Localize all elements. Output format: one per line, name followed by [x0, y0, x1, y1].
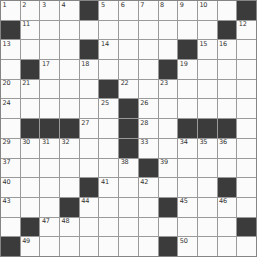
- cell-r9c1[interactable]: 37: [1, 159, 20, 178]
- cell-r8c11[interactable]: 35: [198, 139, 217, 158]
- clue-number: 36: [219, 139, 227, 146]
- cell-r5c10[interactable]: [178, 80, 197, 99]
- clue-number: 45: [180, 198, 188, 205]
- clue-number: 14: [101, 41, 109, 48]
- cell-r4c7[interactable]: [119, 60, 138, 79]
- cell-r12c4[interactable]: 48: [60, 218, 79, 237]
- block-r5c6: [99, 80, 118, 99]
- cell-r3c7[interactable]: [119, 40, 138, 59]
- cell-r8c9[interactable]: [159, 139, 178, 158]
- cell-r7c13[interactable]: [237, 119, 256, 138]
- clue-number: 22: [121, 80, 129, 87]
- clue-number: 29: [3, 139, 11, 146]
- block-r13c1: [1, 237, 20, 256]
- cell-r4c8[interactable]: [139, 60, 158, 79]
- cell-r11c7[interactable]: [119, 198, 138, 217]
- clue-number: 50: [180, 238, 188, 245]
- cell-r2c6[interactable]: [99, 21, 118, 40]
- cell-r1c3[interactable]: 3: [40, 1, 59, 20]
- clue-number: 12: [239, 21, 247, 28]
- cell-r10c3[interactable]: [40, 178, 59, 197]
- cell-r12c8[interactable]: [139, 218, 158, 237]
- block-r3c5: [80, 40, 99, 59]
- cell-r8c4[interactable]: 32: [60, 139, 79, 158]
- cell-r9c2[interactable]: [21, 159, 40, 178]
- cell-r11c5[interactable]: 44: [80, 198, 99, 217]
- cell-r2c11[interactable]: [198, 21, 217, 40]
- block-r11c4: [60, 198, 79, 217]
- cell-r2c9[interactable]: [159, 21, 178, 40]
- clue-number: 19: [180, 61, 188, 68]
- cell-r3c3[interactable]: [40, 40, 59, 59]
- clue-number: 3: [42, 2, 46, 9]
- clue-number: 47: [42, 218, 50, 225]
- cell-r11c12[interactable]: 46: [218, 198, 237, 217]
- cell-r2c4[interactable]: [60, 21, 79, 40]
- cell-r4c10[interactable]: 19: [178, 60, 197, 79]
- block-r2c12: [218, 21, 237, 40]
- block-r1c13: [237, 1, 256, 20]
- cell-r12c7[interactable]: [119, 218, 138, 237]
- block-r12c13: [237, 218, 256, 237]
- cell-r12c3[interactable]: 47: [40, 218, 59, 237]
- cell-r11c1[interactable]: 43: [1, 198, 20, 217]
- cell-r1c9[interactable]: 8: [159, 1, 178, 20]
- cell-r4c1[interactable]: [1, 60, 20, 79]
- block-r8c7: [119, 139, 138, 158]
- cell-r9c11[interactable]: [198, 159, 217, 178]
- block-r11c9: [159, 198, 178, 217]
- crossword-board: 1234567891011121314151617181920212223242…: [0, 0, 257, 257]
- clue-number: 13: [3, 41, 11, 48]
- cell-r1c6[interactable]: 5: [99, 1, 118, 20]
- clue-number: 43: [3, 198, 11, 205]
- cell-r13c4[interactable]: [60, 237, 79, 256]
- cell-r12c11[interactable]: [198, 218, 217, 237]
- cell-r6c4[interactable]: [60, 99, 79, 118]
- clue-number: 9: [180, 2, 184, 9]
- cell-r11c3[interactable]: [40, 198, 59, 217]
- clue-number: 34: [180, 139, 188, 146]
- cell-r12c6[interactable]: [99, 218, 118, 237]
- cell-r8c5[interactable]: [80, 139, 99, 158]
- cell-r1c11[interactable]: 10: [198, 1, 217, 20]
- block-r13c9: [159, 237, 178, 256]
- cell-r1c10[interactable]: 9: [178, 1, 197, 20]
- cell-r12c10[interactable]: [178, 218, 197, 237]
- clue-number: 35: [199, 139, 207, 146]
- cell-r4c6[interactable]: [99, 60, 118, 79]
- clue-number: 10: [199, 2, 207, 9]
- cell-r3c12[interactable]: 16: [218, 40, 237, 59]
- clue-number: 33: [140, 139, 148, 146]
- cell-r13c12[interactable]: [218, 237, 237, 256]
- cell-r6c8[interactable]: 26: [139, 99, 158, 118]
- cell-r8c1[interactable]: 29: [1, 139, 20, 158]
- cell-r5c11[interactable]: [198, 80, 217, 99]
- block-r7c7: [119, 119, 138, 138]
- clue-number: 18: [81, 61, 89, 68]
- clue-number: 16: [219, 41, 227, 48]
- cell-r11c10[interactable]: 45: [178, 198, 197, 217]
- cell-r8c12[interactable]: 36: [218, 139, 237, 158]
- block-r7c4: [60, 119, 79, 138]
- clue-number: 6: [121, 2, 125, 9]
- clue-number: 38: [121, 159, 129, 166]
- cell-r1c1[interactable]: 1: [1, 1, 20, 20]
- clue-number: 39: [160, 159, 168, 166]
- block-r7c3: [40, 119, 59, 138]
- cell-r6c10[interactable]: [178, 99, 197, 118]
- block-r3c10: [178, 40, 197, 59]
- cell-r6c1[interactable]: 24: [1, 99, 20, 118]
- clue-number: 42: [140, 179, 148, 186]
- cell-r13c3[interactable]: [40, 237, 59, 256]
- cell-r9c12[interactable]: [218, 159, 237, 178]
- cell-r7c5[interactable]: 27: [80, 119, 99, 138]
- cell-r5c3[interactable]: [40, 80, 59, 99]
- clue-number: 27: [81, 120, 89, 127]
- cell-r5c12[interactable]: [218, 80, 237, 99]
- cell-r12c12[interactable]: [218, 218, 237, 237]
- clue-number: 49: [22, 238, 30, 245]
- cell-r5c4[interactable]: [60, 80, 79, 99]
- cell-r11c2[interactable]: [21, 198, 40, 217]
- cell-r10c7[interactable]: [119, 178, 138, 197]
- block-r6c7: [119, 99, 138, 118]
- cell-r11c11[interactable]: [198, 198, 217, 217]
- cell-r1c7[interactable]: 6: [119, 1, 138, 20]
- clue-number: 24: [3, 100, 11, 107]
- block-r9c8: [139, 159, 158, 178]
- cell-r2c2[interactable]: 11: [21, 21, 40, 40]
- clue-number: 4: [62, 2, 66, 9]
- cell-r11c13[interactable]: [237, 198, 256, 217]
- cell-r6c9[interactable]: [159, 99, 178, 118]
- cell-r3c11[interactable]: 15: [198, 40, 217, 59]
- cell-r10c2[interactable]: [21, 178, 40, 197]
- cell-r12c1[interactable]: [1, 218, 20, 237]
- clue-number: 31: [42, 139, 50, 146]
- cell-r13c13[interactable]: [237, 237, 256, 256]
- clue-number: 26: [140, 100, 148, 107]
- cell-r4c4[interactable]: [60, 60, 79, 79]
- cell-r4c13[interactable]: [237, 60, 256, 79]
- cell-r3c9[interactable]: [159, 40, 178, 59]
- clue-number: 21: [22, 80, 30, 87]
- cell-r10c4[interactable]: [60, 178, 79, 197]
- cell-r10c9[interactable]: [159, 178, 178, 197]
- block-r2c1: [1, 21, 20, 40]
- clue-number: 17: [42, 61, 50, 68]
- cell-r9c4[interactable]: [60, 159, 79, 178]
- cell-r9c7[interactable]: 38: [119, 159, 138, 178]
- clue-number: 11: [22, 21, 30, 28]
- block-r7c2: [21, 119, 40, 138]
- cell-r8c3[interactable]: 31: [40, 139, 59, 158]
- cell-r5c1[interactable]: 20: [1, 80, 20, 99]
- cell-r3c8[interactable]: [139, 40, 158, 59]
- clue-number: 8: [160, 2, 164, 9]
- cell-r8c2[interactable]: 30: [21, 139, 40, 158]
- clue-number: 32: [62, 139, 70, 146]
- cell-r13c11[interactable]: [198, 237, 217, 256]
- cell-r8c8[interactable]: 33: [139, 139, 158, 158]
- cell-r2c8[interactable]: [139, 21, 158, 40]
- cell-r5c13[interactable]: [237, 80, 256, 99]
- cell-r6c12[interactable]: [218, 99, 237, 118]
- cell-r13c7[interactable]: [119, 237, 138, 256]
- clue-number: 20: [3, 80, 11, 87]
- cell-r6c3[interactable]: [40, 99, 59, 118]
- clue-number: 1: [3, 2, 7, 9]
- cell-r4c5[interactable]: 18: [80, 60, 99, 79]
- cell-r5c5[interactable]: [80, 80, 99, 99]
- cell-r8c13[interactable]: [237, 139, 256, 158]
- clue-number: 48: [62, 218, 70, 225]
- cell-r7c8[interactable]: 28: [139, 119, 158, 138]
- cell-r3c6[interactable]: 14: [99, 40, 118, 59]
- clue-number: 28: [140, 120, 148, 127]
- cell-r6c6[interactable]: 25: [99, 99, 118, 118]
- cell-r5c8[interactable]: [139, 80, 158, 99]
- cell-r12c9[interactable]: [159, 218, 178, 237]
- block-r10c12: [218, 178, 237, 197]
- cell-r9c10[interactable]: [178, 159, 197, 178]
- cell-r5c7[interactable]: 22: [119, 80, 138, 99]
- clue-number: 44: [81, 198, 89, 205]
- cell-r13c5[interactable]: [80, 237, 99, 256]
- cell-r7c9[interactable]: [159, 119, 178, 138]
- cell-r2c7[interactable]: [119, 21, 138, 40]
- cell-r9c6[interactable]: [99, 159, 118, 178]
- cell-r6c2[interactable]: [21, 99, 40, 118]
- cell-r7c6[interactable]: [99, 119, 118, 138]
- cell-r6c13[interactable]: [237, 99, 256, 118]
- clue-number: 2: [22, 2, 26, 9]
- cell-r11c6[interactable]: [99, 198, 118, 217]
- cell-r10c10[interactable]: [178, 178, 197, 197]
- cell-r13c10[interactable]: 50: [178, 237, 197, 256]
- block-r7c10: [178, 119, 197, 138]
- clue-number: 7: [140, 2, 144, 9]
- clue-number: 5: [101, 2, 105, 9]
- cell-r1c12[interactable]: [218, 1, 237, 20]
- cell-r2c10[interactable]: [178, 21, 197, 40]
- cell-r3c4[interactable]: [60, 40, 79, 59]
- cell-r10c13[interactable]: [237, 178, 256, 197]
- clue-number: 15: [199, 41, 207, 48]
- cell-r4c11[interactable]: [198, 60, 217, 79]
- cell-r4c3[interactable]: 17: [40, 60, 59, 79]
- cell-r5c2[interactable]: 21: [21, 80, 40, 99]
- clue-number: 25: [101, 100, 109, 107]
- cell-r2c3[interactable]: [40, 21, 59, 40]
- cell-r8c10[interactable]: 34: [178, 139, 197, 158]
- cell-r12c5[interactable]: [80, 218, 99, 237]
- cell-r9c9[interactable]: 39: [159, 159, 178, 178]
- cell-r2c13[interactable]: 12: [237, 21, 256, 40]
- cell-r10c8[interactable]: 42: [139, 178, 158, 197]
- cell-r9c3[interactable]: [40, 159, 59, 178]
- cell-r10c6[interactable]: 41: [99, 178, 118, 197]
- cell-r1c8[interactable]: 7: [139, 1, 158, 20]
- clue-number: 37: [3, 159, 11, 166]
- cell-r13c6[interactable]: [99, 237, 118, 256]
- cell-r9c5[interactable]: [80, 159, 99, 178]
- block-r12c2: [21, 218, 40, 237]
- cell-r2c5[interactable]: [80, 21, 99, 40]
- block-r4c9: [159, 60, 178, 79]
- cell-r1c2[interactable]: 2: [21, 1, 40, 20]
- clue-number: 23: [160, 80, 168, 87]
- cell-r6c11[interactable]: [198, 99, 217, 118]
- cell-r13c2[interactable]: 49: [21, 237, 40, 256]
- cell-r13c8[interactable]: [139, 237, 158, 256]
- block-r7c12: [218, 119, 237, 138]
- clue-number: 30: [22, 139, 30, 146]
- cell-r3c1[interactable]: 13: [1, 40, 20, 59]
- clue-number: 40: [3, 179, 11, 186]
- cell-r6c5[interactable]: [80, 99, 99, 118]
- cell-r10c11[interactable]: [198, 178, 217, 197]
- clue-number: 46: [219, 198, 227, 205]
- cell-r3c13[interactable]: [237, 40, 256, 59]
- cell-r4c12[interactable]: [218, 60, 237, 79]
- block-r1c5: [80, 1, 99, 20]
- clue-number: 41: [101, 179, 109, 186]
- cell-r10c1[interactable]: 40: [1, 178, 20, 197]
- cell-r5c9[interactable]: 23: [159, 80, 178, 99]
- cell-r9c13[interactable]: [237, 159, 256, 178]
- block-r4c2: [21, 60, 40, 79]
- cell-r11c8[interactable]: [139, 198, 158, 217]
- cell-r8c6[interactable]: [99, 139, 118, 158]
- cell-r7c1[interactable]: [1, 119, 20, 138]
- block-r10c5: [80, 178, 99, 197]
- block-r7c11: [198, 119, 217, 138]
- cell-r1c4[interactable]: 4: [60, 1, 79, 20]
- cell-r3c2[interactable]: [21, 40, 40, 59]
